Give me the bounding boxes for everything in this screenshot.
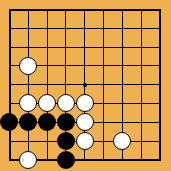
intersection-j4[interactable] <box>150 94 169 113</box>
intersection-a5[interactable] <box>0 75 19 94</box>
intersection-j1[interactable] <box>150 150 169 169</box>
intersection-e4[interactable]: ● <box>75 94 94 113</box>
intersection-f7[interactable] <box>94 38 113 57</box>
intersection-g2[interactable]: ● <box>113 132 132 151</box>
intersection-j6[interactable] <box>150 56 169 75</box>
intersection-e2[interactable]: ● <box>75 132 94 151</box>
black-stone: ● <box>38 113 56 131</box>
intersection-f4[interactable] <box>94 94 113 113</box>
white-stone: ● <box>76 132 94 150</box>
intersection-f6[interactable] <box>94 56 113 75</box>
intersection-c6[interactable] <box>38 56 57 75</box>
intersection-e5[interactable] <box>75 75 94 94</box>
black-stone: ● <box>19 113 37 131</box>
intersection-g6[interactable] <box>113 56 132 75</box>
intersection-a4[interactable] <box>0 94 19 113</box>
intersection-j8[interactable] <box>150 19 169 38</box>
intersection-h3[interactable] <box>132 113 151 132</box>
intersection-g1[interactable] <box>113 150 132 169</box>
intersection-b4[interactable]: ● <box>19 94 38 113</box>
intersection-d3[interactable]: ● <box>56 113 75 132</box>
intersection-d6[interactable] <box>56 56 75 75</box>
black-stone: ● <box>57 132 75 150</box>
white-stone: ● <box>19 94 37 112</box>
intersection-d7[interactable] <box>56 38 75 57</box>
intersection-d9[interactable] <box>56 0 75 19</box>
intersection-d4[interactable]: ● <box>56 94 75 113</box>
intersection-b2[interactable] <box>19 132 38 151</box>
intersection-j3[interactable] <box>150 113 169 132</box>
intersection-g3[interactable] <box>113 113 132 132</box>
intersection-a1[interactable] <box>0 150 19 169</box>
intersection-e9[interactable] <box>75 0 94 19</box>
intersection-f9[interactable] <box>94 0 113 19</box>
intersection-b5[interactable] <box>19 75 38 94</box>
intersection-d2[interactable]: ● <box>56 132 75 151</box>
intersection-c4[interactable]: ● <box>38 94 57 113</box>
white-stone: ● <box>19 151 37 169</box>
intersection-a2[interactable] <box>0 132 19 151</box>
intersection-j2[interactable] <box>150 132 169 151</box>
intersection-g7[interactable] <box>113 38 132 57</box>
intersection-e7[interactable] <box>75 38 94 57</box>
intersection-h7[interactable] <box>132 38 151 57</box>
intersection-g4[interactable] <box>113 94 132 113</box>
intersection-e6[interactable] <box>75 56 94 75</box>
intersection-e3[interactable]: ● <box>75 113 94 132</box>
intersection-c1[interactable] <box>38 150 57 169</box>
intersection-e8[interactable] <box>75 19 94 38</box>
black-stone: ● <box>57 113 75 131</box>
intersection-c9[interactable] <box>38 0 57 19</box>
black-stone: ● <box>0 113 18 131</box>
intersection-h6[interactable] <box>132 56 151 75</box>
intersection-b9[interactable] <box>19 0 38 19</box>
white-stone: ● <box>19 57 37 75</box>
intersection-h8[interactable] <box>132 19 151 38</box>
intersection-b7[interactable] <box>19 38 38 57</box>
intersection-f8[interactable] <box>94 19 113 38</box>
intersection-c5[interactable] <box>38 75 57 94</box>
intersection-h4[interactable] <box>132 94 151 113</box>
intersection-a3[interactable]: ● <box>0 113 19 132</box>
intersection-h2[interactable] <box>132 132 151 151</box>
intersection-a9[interactable] <box>0 0 19 19</box>
intersection-a8[interactable] <box>0 19 19 38</box>
intersection-b3[interactable]: ● <box>19 113 38 132</box>
intersection-b8[interactable] <box>19 19 38 38</box>
intersection-e1[interactable] <box>75 150 94 169</box>
intersection-g9[interactable] <box>113 0 132 19</box>
white-stone: ● <box>38 94 56 112</box>
intersection-f1[interactable] <box>94 150 113 169</box>
intersection-j9[interactable] <box>150 0 169 19</box>
intersection-f5[interactable] <box>94 75 113 94</box>
white-stone: ● <box>57 94 75 112</box>
intersection-h9[interactable] <box>132 0 151 19</box>
white-stone: ● <box>76 94 94 112</box>
white-stone: ● <box>76 113 94 131</box>
intersection-c3[interactable]: ● <box>38 113 57 132</box>
black-stone: ● <box>57 151 75 169</box>
intersection-g8[interactable] <box>113 19 132 38</box>
intersection-c7[interactable] <box>38 38 57 57</box>
intersection-d1[interactable]: ● <box>56 150 75 169</box>
intersection-a6[interactable] <box>0 56 19 75</box>
intersection-c8[interactable] <box>38 19 57 38</box>
intersection-f2[interactable] <box>94 132 113 151</box>
intersection-b6[interactable]: ● <box>19 56 38 75</box>
intersection-g5[interactable] <box>113 75 132 94</box>
intersection-b1[interactable]: ● <box>19 150 38 169</box>
intersection-d8[interactable] <box>56 19 75 38</box>
intersection-h1[interactable] <box>132 150 151 169</box>
go-board-screenshot: ●●●●●●●●●●●●●●● <box>0 0 171 171</box>
intersection-a7[interactable] <box>0 38 19 57</box>
intersection-j7[interactable] <box>150 38 169 57</box>
intersection-c2[interactable] <box>38 132 57 151</box>
intersections-grid: ●●●●●●●●●●●●●●● <box>0 0 169 169</box>
intersection-h5[interactable] <box>132 75 151 94</box>
intersection-d5[interactable] <box>56 75 75 94</box>
intersection-f3[interactable] <box>94 113 113 132</box>
intersection-j5[interactable] <box>150 75 169 94</box>
white-stone: ● <box>113 132 131 150</box>
